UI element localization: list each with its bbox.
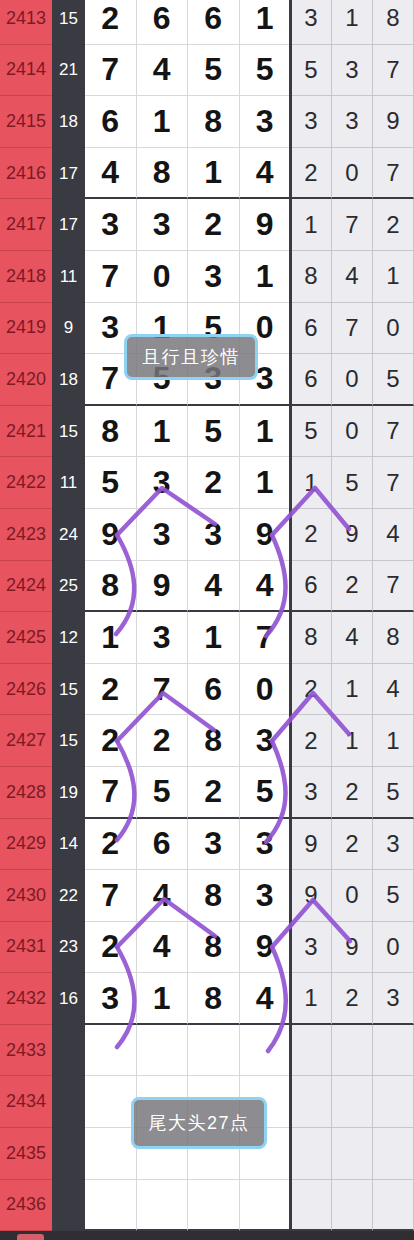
main-digit-cell: 7: [85, 251, 137, 303]
main-digit-cell: 5: [188, 45, 240, 97]
period-cell: 2415: [0, 96, 52, 148]
chart-row-2433: 2433: [0, 1025, 414, 1077]
sum-cell: 14: [52, 819, 85, 871]
chart-row-2436: 2436: [0, 1180, 414, 1232]
main-digit-cell: 1: [137, 406, 189, 458]
tail-digit-cell: 6: [291, 354, 332, 406]
main-digit-cell: 3: [188, 819, 240, 871]
chart-row-2422: 2422115321157: [0, 457, 414, 509]
chart-row-2418: 2418117031841: [0, 251, 414, 303]
tail-digit-cell: 0: [332, 148, 373, 200]
tail-digit-cell: 1: [373, 251, 414, 303]
chart-row-2423: 2423249339294: [0, 509, 414, 561]
main-digit-cell: 9: [240, 509, 292, 561]
tail-digit-cell: 7: [332, 303, 373, 355]
sum-cell: 11: [52, 251, 85, 303]
chart-row-2415: 2415186183339: [0, 96, 414, 148]
tail-digit-cell: [291, 1076, 332, 1128]
tail-digit-cell: 5: [373, 870, 414, 922]
main-digit-cell: 3: [188, 251, 240, 303]
sum-cell: 15: [52, 0, 85, 45]
tail-digit-cell: 8: [291, 612, 332, 664]
tail-digit-cell: 2: [332, 767, 373, 819]
main-digit-cell: 5: [240, 767, 292, 819]
main-digit-cell: 7: [137, 664, 189, 716]
period-cell: 2426: [0, 664, 52, 716]
chart-row-2416: 2416174814207: [0, 148, 414, 200]
chart-row-2421: 2421158151507: [0, 406, 414, 458]
main-digit-cell: 4: [137, 45, 189, 97]
tail-digit-cell: 2: [332, 973, 373, 1025]
chart-row-2429: 2429142633923: [0, 819, 414, 871]
period-cell: 2431: [0, 922, 52, 974]
next-period-tab-peek: [17, 1234, 44, 1240]
main-digit-cell: 5: [240, 45, 292, 97]
main-digit-cell: [137, 1180, 189, 1232]
tail-digit-cell: 2: [291, 509, 332, 561]
sum-cell: 18: [52, 354, 85, 406]
main-digit-cell: [240, 1180, 292, 1232]
main-digit-cell: 6: [188, 664, 240, 716]
tail-digit-cell: 3: [291, 0, 332, 45]
main-digit-cell: 8: [188, 973, 240, 1025]
sum-cell: 15: [52, 406, 85, 458]
tail-digit-cell: 1: [332, 715, 373, 767]
sum-cell: [52, 1128, 85, 1180]
main-digit-cell: 6: [188, 0, 240, 45]
tail-digit-cell: 5: [373, 354, 414, 406]
main-digit-cell: 2: [85, 664, 137, 716]
tail-digit-cell: 5: [373, 767, 414, 819]
tail-digit-cell: 7: [373, 406, 414, 458]
main-digit-cell: 8: [188, 96, 240, 148]
main-digit-cell: 1: [240, 457, 292, 509]
sum-cell: 19: [52, 767, 85, 819]
main-digit-cell: 3: [137, 199, 189, 251]
period-cell: 2429: [0, 819, 52, 871]
tail-digit-cell: 7: [373, 457, 414, 509]
chart-row-2431: 2431232489390: [0, 922, 414, 974]
tail-digit-cell: 7: [373, 561, 414, 613]
sum-cell: 22: [52, 870, 85, 922]
sum-cell: [52, 1025, 85, 1077]
chart-row-2428: 2428197525325: [0, 767, 414, 819]
tail-digit-cell: 1: [332, 0, 373, 45]
chart-row-2426: 2426152760214: [0, 664, 414, 716]
period-cell: 2428: [0, 767, 52, 819]
main-digit-cell: 9: [240, 922, 292, 974]
main-digit-cell: 8: [188, 922, 240, 974]
chart-row-2413: 2413152661318: [0, 0, 414, 45]
main-digit-cell: 3: [137, 612, 189, 664]
tail-digit-cell: 3: [332, 96, 373, 148]
main-digit-cell: 2: [85, 715, 137, 767]
main-digit-cell: 8: [188, 870, 240, 922]
chart-grid: 2413152661318241421745553724151861833392…: [0, 0, 414, 1231]
main-digit-cell: [85, 1076, 137, 1128]
main-digit-cell: 4: [137, 922, 189, 974]
tail-digit-cell: [332, 1025, 373, 1077]
tail-digit-cell: [291, 1128, 332, 1180]
chart-row-2427: 2427152283211: [0, 715, 414, 767]
tail-digit-cell: 3: [332, 45, 373, 97]
main-digit-cell: [188, 1180, 240, 1232]
main-digit-cell: 1: [137, 96, 189, 148]
tail-digit-cell: 4: [373, 664, 414, 716]
tail-digit-cell: 4: [332, 251, 373, 303]
period-cell: 2422: [0, 457, 52, 509]
period-cell: 2433: [0, 1025, 52, 1077]
main-digit-cell: 8: [85, 561, 137, 613]
chart-row-2424: 2424258944627: [0, 561, 414, 613]
main-digit-cell: 3: [137, 509, 189, 561]
main-digit-cell: 4: [240, 561, 292, 613]
main-digit-cell: 1: [188, 148, 240, 200]
main-digit-cell: 2: [188, 767, 240, 819]
main-digit-cell: 2: [85, 922, 137, 974]
period-cell: 2421: [0, 406, 52, 458]
main-digit-cell: 4: [240, 148, 292, 200]
main-digit-cell: 3: [85, 199, 137, 251]
main-digit-cell: 6: [137, 0, 189, 45]
tail-digit-cell: 9: [291, 870, 332, 922]
next-section-divider-bar: [0, 1231, 414, 1240]
tail-digit-cell: [332, 1128, 373, 1180]
period-cell: 2435: [0, 1128, 52, 1180]
sum-cell: 16: [52, 973, 85, 1025]
tail-digit-cell: 2: [291, 664, 332, 716]
sum-cell: 25: [52, 561, 85, 613]
main-digit-cell: 6: [137, 819, 189, 871]
period-cell: 2420: [0, 354, 52, 406]
period-cell: 2427: [0, 715, 52, 767]
tail-digit-cell: 8: [373, 0, 414, 45]
period-cell: 2416: [0, 148, 52, 200]
tail-digit-cell: 1: [373, 715, 414, 767]
comment-bubble-1-text: 且行且珍惜: [142, 345, 240, 369]
tail-digit-cell: 6: [291, 303, 332, 355]
period-cell: 2430: [0, 870, 52, 922]
main-digit-cell: 0: [240, 664, 292, 716]
sum-cell: 23: [52, 922, 85, 974]
main-digit-cell: [240, 1025, 292, 1077]
tail-digit-cell: 9: [332, 509, 373, 561]
main-digit-cell: 8: [137, 148, 189, 200]
tail-digit-cell: 3: [291, 922, 332, 974]
main-digit-cell: 3: [240, 870, 292, 922]
tail-digit-cell: 9: [332, 922, 373, 974]
tail-digit-cell: 0: [373, 303, 414, 355]
tail-digit-cell: 1: [291, 457, 332, 509]
tail-digit-cell: 1: [291, 973, 332, 1025]
tail-digit-cell: 0: [332, 870, 373, 922]
period-cell: 2423: [0, 509, 52, 561]
tail-digit-cell: 3: [373, 973, 414, 1025]
tail-digit-cell: 2: [291, 715, 332, 767]
main-digit-cell: 9: [85, 509, 137, 561]
main-digit-cell: 3: [188, 509, 240, 561]
main-digit-cell: 8: [85, 406, 137, 458]
period-cell: 2425: [0, 612, 52, 664]
tail-digit-cell: 2: [373, 199, 414, 251]
comment-bubble-2[interactable]: 尾大头27点: [131, 1097, 267, 1149]
main-digit-cell: [85, 1025, 137, 1077]
tail-digit-cell: [332, 1180, 373, 1232]
main-digit-cell: [85, 1128, 137, 1180]
chart-row-2417: 2417173329172: [0, 199, 414, 251]
period-cell: 2432: [0, 973, 52, 1025]
chart-row-2414: 2414217455537: [0, 45, 414, 97]
sum-cell: 11: [52, 457, 85, 509]
main-digit-cell: [85, 1180, 137, 1232]
tail-digit-cell: [291, 1180, 332, 1232]
period-cell: 2417: [0, 199, 52, 251]
chart-row-2432: 2432163184123: [0, 973, 414, 1025]
sum-cell: 17: [52, 199, 85, 251]
main-digit-cell: 9: [240, 199, 292, 251]
tail-digit-cell: 1: [291, 199, 332, 251]
sum-cell: 17: [52, 148, 85, 200]
tail-digit-cell: [291, 1025, 332, 1077]
main-digit-cell: 1: [240, 406, 292, 458]
tail-digit-cell: 0: [332, 354, 373, 406]
tail-digit-cell: [373, 1076, 414, 1128]
main-digit-cell: 1: [240, 251, 292, 303]
tail-digit-cell: [332, 1076, 373, 1128]
lottery-trend-chart-screen[interactable]: 2413152661318241421745553724151861833392…: [0, 0, 414, 1240]
period-cell: 2413: [0, 0, 52, 45]
main-digit-cell: [188, 1025, 240, 1077]
main-digit-cell: 7: [85, 45, 137, 97]
main-digit-cell: 3: [137, 457, 189, 509]
sum-cell: 15: [52, 664, 85, 716]
chart-row-2425: 2425121317848: [0, 612, 414, 664]
sum-cell: 9: [52, 303, 85, 355]
comment-bubble-1[interactable]: 且行且珍惜: [124, 334, 258, 380]
tail-digit-cell: 3: [291, 96, 332, 148]
period-cell: 2436: [0, 1180, 52, 1232]
chart-row-2430: 2430227483905: [0, 870, 414, 922]
main-digit-cell: 3: [240, 819, 292, 871]
main-digit-cell: 2: [85, 0, 137, 45]
main-digit-cell: 4: [137, 870, 189, 922]
period-cell: 2418: [0, 251, 52, 303]
tail-digit-cell: 8: [373, 612, 414, 664]
main-digit-cell: 9: [137, 561, 189, 613]
tail-digit-cell: [373, 1128, 414, 1180]
sum-cell: 15: [52, 715, 85, 767]
main-digit-cell: 5: [188, 406, 240, 458]
tail-digit-cell: 5: [332, 457, 373, 509]
sum-cell: 18: [52, 96, 85, 148]
tail-digit-cell: 4: [332, 612, 373, 664]
main-digit-cell: 6: [85, 96, 137, 148]
tail-digit-cell: 9: [291, 819, 332, 871]
main-digit-cell: 0: [137, 251, 189, 303]
tail-digit-cell: 4: [373, 509, 414, 561]
tail-digit-cell: 6: [291, 561, 332, 613]
comment-bubble-2-text: 尾大头27点: [148, 1111, 249, 1135]
sum-cell: 24: [52, 509, 85, 561]
tail-digit-cell: 5: [291, 406, 332, 458]
period-cell: 2424: [0, 561, 52, 613]
main-digit-cell: 4: [240, 973, 292, 1025]
tail-digit-cell: [373, 1025, 414, 1077]
tail-digit-cell: 2: [332, 819, 373, 871]
main-digit-cell: 1: [137, 973, 189, 1025]
tail-digit-cell: 1: [332, 664, 373, 716]
tail-digit-cell: [373, 1180, 414, 1232]
main-digit-cell: 2: [188, 457, 240, 509]
main-digit-cell: 3: [85, 973, 137, 1025]
tail-digit-cell: 5: [291, 45, 332, 97]
tail-digit-cell: 2: [291, 148, 332, 200]
sum-cell: 12: [52, 612, 85, 664]
main-digit-cell: 5: [137, 767, 189, 819]
sum-cell: [52, 1180, 85, 1232]
tail-digit-cell: 8: [291, 251, 332, 303]
main-digit-cell: [137, 1025, 189, 1077]
sum-cell: 21: [52, 45, 85, 97]
main-digit-cell: 1: [85, 612, 137, 664]
period-cell: 2419: [0, 303, 52, 355]
main-digit-cell: 3: [240, 96, 292, 148]
main-digit-cell: 4: [85, 148, 137, 200]
main-digit-cell: 1: [240, 0, 292, 45]
tail-digit-cell: 0: [373, 922, 414, 974]
main-digit-cell: 2: [137, 715, 189, 767]
main-digit-cell: 7: [85, 767, 137, 819]
tail-digit-cell: 9: [373, 96, 414, 148]
main-digit-cell: 2: [85, 819, 137, 871]
main-digit-cell: 1: [188, 612, 240, 664]
period-cell: 2414: [0, 45, 52, 97]
tail-digit-cell: 0: [332, 406, 373, 458]
sum-cell: [52, 1076, 85, 1128]
main-digit-cell: 7: [85, 870, 137, 922]
main-tail-divider-line: [289, 0, 292, 1232]
main-digit-cell: 3: [240, 715, 292, 767]
tail-digit-cell: 7: [373, 45, 414, 97]
tail-digit-cell: 7: [332, 199, 373, 251]
tail-digit-cell: 3: [291, 767, 332, 819]
main-digit-cell: 5: [85, 457, 137, 509]
tail-digit-cell: 2: [332, 561, 373, 613]
main-digit-cell: 4: [188, 561, 240, 613]
tail-digit-cell: 7: [373, 148, 414, 200]
main-digit-cell: 8: [188, 715, 240, 767]
main-digit-cell: 2: [188, 199, 240, 251]
period-cell: 2434: [0, 1076, 52, 1128]
tail-digit-cell: 3: [373, 819, 414, 871]
main-digit-cell: 7: [240, 612, 292, 664]
